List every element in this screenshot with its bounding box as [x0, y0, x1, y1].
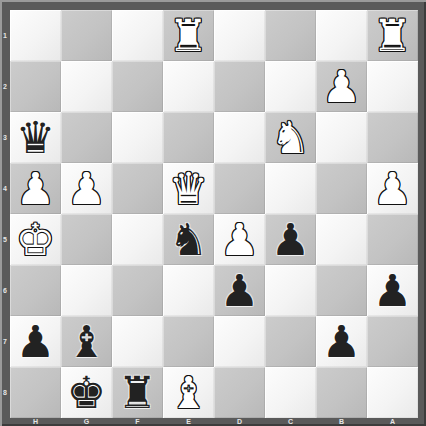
square-e5[interactable]: ♞ [163, 214, 214, 265]
square-f8[interactable]: ♜ [112, 367, 163, 418]
square-b2[interactable]: ♟ [316, 61, 367, 112]
square-d4[interactable] [214, 163, 265, 214]
square-d7[interactable] [214, 316, 265, 367]
square-e1[interactable]: ♜ [163, 10, 214, 61]
square-e7[interactable] [163, 316, 214, 367]
chess-board-frame: 12345678 HGFEDCBA ♜♜♟♛♞♟♟♛♟♚♞♟♟♟♟♟♝♟♚♜♝ [0, 0, 426, 426]
square-g3[interactable] [61, 112, 112, 163]
square-e4[interactable]: ♛ [163, 163, 214, 214]
piece-white-pawn[interactable]: ♟ [16, 163, 55, 214]
square-g5[interactable] [61, 214, 112, 265]
square-b3[interactable] [316, 112, 367, 163]
square-h1[interactable] [10, 10, 61, 61]
square-h6[interactable] [10, 265, 61, 316]
square-f6[interactable] [112, 265, 163, 316]
square-a1[interactable]: ♜ [367, 10, 418, 61]
chess-board: ♜♜♟♛♞♟♟♛♟♚♞♟♟♟♟♟♝♟♚♜♝ [10, 10, 418, 418]
square-c3[interactable]: ♞ [265, 112, 316, 163]
square-h7[interactable]: ♟ [10, 316, 61, 367]
piece-white-pawn[interactable]: ♟ [322, 61, 361, 112]
square-a2[interactable] [367, 61, 418, 112]
square-d5[interactable]: ♟ [214, 214, 265, 265]
file-label-c: C [265, 418, 316, 426]
square-c4[interactable] [265, 163, 316, 214]
file-label-b: B [316, 418, 367, 426]
square-d1[interactable] [214, 10, 265, 61]
square-b8[interactable] [316, 367, 367, 418]
rank-label-6: 6 [0, 265, 10, 316]
square-d2[interactable] [214, 61, 265, 112]
square-g2[interactable] [61, 61, 112, 112]
square-f7[interactable] [112, 316, 163, 367]
square-b7[interactable]: ♟ [316, 316, 367, 367]
square-b4[interactable] [316, 163, 367, 214]
square-a5[interactable] [367, 214, 418, 265]
square-c1[interactable] [265, 10, 316, 61]
square-c7[interactable] [265, 316, 316, 367]
square-f4[interactable] [112, 163, 163, 214]
piece-black-bishop[interactable]: ♝ [67, 316, 106, 367]
square-d3[interactable] [214, 112, 265, 163]
square-e6[interactable] [163, 265, 214, 316]
rank-label-2: 2 [0, 61, 10, 112]
piece-black-queen[interactable]: ♛ [16, 112, 55, 163]
square-e3[interactable] [163, 112, 214, 163]
square-g6[interactable] [61, 265, 112, 316]
square-f5[interactable] [112, 214, 163, 265]
square-h2[interactable] [10, 61, 61, 112]
square-b5[interactable] [316, 214, 367, 265]
piece-black-pawn[interactable]: ♟ [271, 214, 310, 265]
piece-white-king[interactable]: ♚ [16, 214, 55, 265]
square-c2[interactable] [265, 61, 316, 112]
square-h5[interactable]: ♚ [10, 214, 61, 265]
piece-white-pawn[interactable]: ♟ [220, 214, 259, 265]
piece-black-pawn[interactable]: ♟ [16, 316, 55, 367]
square-g8[interactable]: ♚ [61, 367, 112, 418]
file-label-h: H [10, 418, 61, 426]
piece-white-pawn[interactable]: ♟ [67, 163, 106, 214]
piece-white-bishop[interactable]: ♝ [169, 367, 208, 418]
square-a6[interactable]: ♟ [367, 265, 418, 316]
piece-black-rook[interactable]: ♜ [118, 367, 157, 418]
square-a8[interactable] [367, 367, 418, 418]
piece-black-pawn[interactable]: ♟ [322, 316, 361, 367]
piece-white-pawn[interactable]: ♟ [373, 163, 412, 214]
square-h3[interactable]: ♛ [10, 112, 61, 163]
square-g7[interactable]: ♝ [61, 316, 112, 367]
square-d8[interactable] [214, 367, 265, 418]
rank-label-4: 4 [0, 163, 10, 214]
piece-black-knight[interactable]: ♞ [169, 214, 208, 265]
file-label-f: F [112, 418, 163, 426]
square-h4[interactable]: ♟ [10, 163, 61, 214]
square-b6[interactable] [316, 265, 367, 316]
square-g4[interactable]: ♟ [61, 163, 112, 214]
file-labels: HGFEDCBA [10, 418, 418, 426]
square-a3[interactable] [367, 112, 418, 163]
square-f2[interactable] [112, 61, 163, 112]
square-e2[interactable] [163, 61, 214, 112]
square-a4[interactable]: ♟ [367, 163, 418, 214]
square-g1[interactable] [61, 10, 112, 61]
square-e8[interactable]: ♝ [163, 367, 214, 418]
square-c8[interactable] [265, 367, 316, 418]
file-label-e: E [163, 418, 214, 426]
piece-white-rook[interactable]: ♜ [169, 10, 208, 61]
rank-label-1: 1 [0, 10, 10, 61]
file-label-d: D [214, 418, 265, 426]
piece-white-rook[interactable]: ♜ [373, 10, 412, 61]
rank-labels: 12345678 [0, 10, 10, 418]
square-d6[interactable]: ♟ [214, 265, 265, 316]
square-c6[interactable] [265, 265, 316, 316]
piece-white-knight[interactable]: ♞ [271, 112, 310, 163]
piece-black-pawn[interactable]: ♟ [373, 265, 412, 316]
square-a7[interactable] [367, 316, 418, 367]
rank-label-7: 7 [0, 316, 10, 367]
piece-black-pawn[interactable]: ♟ [220, 265, 259, 316]
piece-black-king[interactable]: ♚ [67, 367, 106, 418]
rank-label-5: 5 [0, 214, 10, 265]
rank-label-8: 8 [0, 367, 10, 418]
piece-white-queen[interactable]: ♛ [169, 163, 208, 214]
square-f1[interactable] [112, 10, 163, 61]
file-label-a: A [367, 418, 418, 426]
square-h8[interactable] [10, 367, 61, 418]
rank-label-3: 3 [0, 112, 10, 163]
square-c5[interactable]: ♟ [265, 214, 316, 265]
square-f3[interactable] [112, 112, 163, 163]
file-label-g: G [61, 418, 112, 426]
square-b1[interactable] [316, 10, 367, 61]
